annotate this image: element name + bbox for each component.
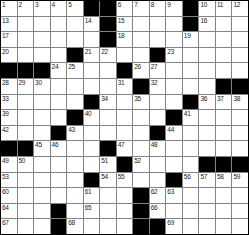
grid-cell[interactable] — [133, 141, 149, 156]
grid-cell[interactable] — [216, 126, 232, 141]
grid-cell[interactable]: 53 — [1, 173, 17, 188]
grid-cell[interactable] — [150, 32, 166, 47]
clue-number: 12 — [233, 1, 240, 8]
grid-cell[interactable] — [84, 63, 100, 78]
grid-cell[interactable]: 45 — [34, 141, 50, 156]
clue-number: 19 — [184, 32, 191, 39]
clue-number: 35 — [134, 95, 141, 102]
grid-cell[interactable] — [216, 63, 232, 78]
clue-number: 51 — [101, 157, 108, 164]
block-cell — [100, 32, 116, 47]
clue-number: 43 — [68, 126, 75, 133]
clue-number: 20 — [2, 48, 9, 55]
grid-cell[interactable] — [34, 126, 50, 141]
clue-number: 62 — [151, 188, 158, 195]
grid-cell[interactable] — [51, 173, 67, 188]
grid-cell[interactable]: 18 — [117, 32, 133, 47]
clue-number: 41 — [184, 110, 191, 117]
grid-cell[interactable] — [216, 141, 232, 156]
grid-cell[interactable] — [67, 32, 83, 47]
block-cell — [183, 95, 199, 110]
block-cell — [100, 141, 116, 156]
grid-cell[interactable] — [232, 48, 248, 63]
clue-number: 44 — [167, 126, 174, 133]
grid-cell[interactable]: 52 — [133, 157, 149, 172]
grid-cell[interactable] — [67, 204, 83, 219]
grid-cell[interactable]: 30 — [34, 79, 50, 94]
grid-cell[interactable] — [100, 110, 116, 125]
grid-cell[interactable]: 47 — [117, 141, 133, 156]
grid-cell[interactable]: 66 — [150, 204, 166, 219]
grid-cell[interactable]: 37 — [216, 95, 232, 110]
grid-cell[interactable] — [183, 48, 199, 63]
grid-cell[interactable] — [117, 219, 133, 234]
grid-cell[interactable] — [34, 48, 50, 63]
block-cell — [100, 1, 116, 16]
clue-number: 40 — [85, 110, 92, 117]
grid-cell[interactable] — [100, 188, 116, 203]
grid-cell[interactable] — [150, 95, 166, 110]
clue-number: 63 — [167, 188, 174, 195]
grid-cell[interactable] — [84, 32, 100, 47]
grid-cell[interactable] — [84, 141, 100, 156]
clue-number: 6 — [118, 1, 121, 8]
grid-cell[interactable]: 32 — [150, 79, 166, 94]
grid-cell[interactable]: 62 — [150, 188, 166, 203]
grid-cell[interactable] — [199, 32, 215, 47]
clue-number: 64 — [2, 204, 9, 211]
grid-cell[interactable] — [150, 110, 166, 125]
grid-cell[interactable] — [51, 32, 67, 47]
grid-cell[interactable]: 5 — [67, 1, 83, 16]
grid-cell[interactable]: 12 — [232, 1, 248, 16]
grid-cell[interactable]: 35 — [133, 95, 149, 110]
grid-cell[interactable]: 4 — [51, 1, 67, 16]
grid-cell[interactable]: 26 — [133, 63, 149, 78]
clue-number: 31 — [118, 79, 125, 86]
grid-cell[interactable] — [166, 141, 182, 156]
block-cell — [117, 157, 133, 172]
grid-cell[interactable] — [166, 63, 182, 78]
grid-cell[interactable] — [150, 17, 166, 32]
clue-number: 11 — [217, 1, 223, 8]
clue-number: 5 — [68, 1, 71, 8]
grid-cell[interactable]: 31 — [117, 79, 133, 94]
clue-number: 46 — [52, 141, 59, 148]
grid-cell[interactable] — [166, 95, 182, 110]
block-cell — [133, 188, 149, 203]
grid-cell[interactable] — [51, 157, 67, 172]
grid-cell[interactable] — [199, 63, 215, 78]
grid-cell[interactable] — [100, 204, 116, 219]
grid-cell[interactable] — [133, 173, 149, 188]
grid-cell[interactable] — [232, 32, 248, 47]
grid-cell[interactable] — [216, 17, 232, 32]
block-cell — [232, 157, 248, 172]
grid-cell[interactable] — [232, 110, 248, 125]
grid-cell[interactable]: 48 — [150, 141, 166, 156]
grid-cell[interactable]: 17 — [1, 32, 17, 47]
grid-cell[interactable] — [117, 48, 133, 63]
grid-cell[interactable] — [84, 126, 100, 141]
grid-cell[interactable] — [34, 204, 50, 219]
grid-cell[interactable] — [67, 17, 83, 32]
grid-cell[interactable] — [18, 17, 34, 32]
grid-cell[interactable]: 49 — [1, 157, 17, 172]
grid-cell[interactable] — [166, 204, 182, 219]
grid-cell[interactable]: 27 — [150, 63, 166, 78]
block-cell — [166, 173, 182, 188]
clue-number: 68 — [68, 219, 75, 226]
block-cell — [183, 17, 199, 32]
grid-cell[interactable] — [84, 157, 100, 172]
grid-cell[interactable] — [232, 188, 248, 203]
grid-cell[interactable] — [117, 95, 133, 110]
clue-number: 36 — [200, 95, 207, 102]
block-cell — [133, 79, 149, 94]
block-cell — [216, 79, 232, 94]
grid-cell[interactable] — [183, 188, 199, 203]
clue-number: 65 — [85, 204, 92, 211]
grid-cell[interactable] — [133, 17, 149, 32]
grid-cell[interactable] — [51, 188, 67, 203]
clue-number: 66 — [151, 204, 158, 211]
block-cell — [51, 204, 67, 219]
block-cell — [51, 219, 67, 234]
block-cell — [117, 63, 133, 78]
block-cell — [18, 63, 34, 78]
grid-cell[interactable] — [67, 79, 83, 94]
grid-cell[interactable] — [232, 219, 248, 234]
grid-cell[interactable]: 68 — [67, 219, 83, 234]
clue-number: 47 — [118, 141, 125, 148]
clue-number: 56 — [184, 173, 191, 180]
clue-number: 53 — [2, 173, 9, 180]
grid-cell[interactable] — [183, 157, 199, 172]
clue-number: 37 — [217, 95, 224, 102]
grid-cell[interactable] — [18, 173, 34, 188]
crossword-grid: 1234567891011121314151617181920212223242… — [0, 0, 249, 235]
grid-cell[interactable] — [232, 204, 248, 219]
grid-cell[interactable] — [34, 32, 50, 47]
clue-number: 18 — [118, 32, 125, 39]
grid-cell[interactable]: 24 — [51, 63, 67, 78]
grid-cell[interactable] — [117, 110, 133, 125]
clue-number: 50 — [19, 157, 26, 164]
grid-cell[interactable] — [34, 157, 50, 172]
grid-cell[interactable]: 55 — [117, 173, 133, 188]
grid-cell[interactable] — [133, 48, 149, 63]
grid-cell[interactable]: 41 — [183, 110, 199, 125]
clue-number: 2 — [19, 1, 22, 8]
grid-cell[interactable] — [100, 219, 116, 234]
clue-number: 14 — [85, 17, 92, 24]
grid-cell[interactable]: 14 — [84, 17, 100, 32]
clue-number: 42 — [2, 126, 9, 133]
block-cell — [84, 95, 100, 110]
clue-number: 30 — [35, 79, 42, 86]
grid-cell[interactable]: 63 — [166, 188, 182, 203]
clue-number: 7 — [134, 1, 137, 8]
clue-number: 24 — [52, 63, 59, 70]
grid-cell[interactable] — [18, 204, 34, 219]
grid-cell[interactable] — [84, 79, 100, 94]
grid-cell[interactable] — [133, 110, 149, 125]
clue-number: 10 — [200, 1, 207, 8]
grid-cell[interactable] — [199, 110, 215, 125]
clue-number: 29 — [19, 79, 26, 86]
grid-cell[interactable] — [216, 188, 232, 203]
grid-cell[interactable]: 11 — [216, 1, 232, 16]
grid-cell[interactable] — [199, 141, 215, 156]
grid-cell[interactable] — [199, 79, 215, 94]
grid-cell[interactable]: 64 — [1, 204, 17, 219]
clue-number: 23 — [167, 48, 174, 55]
block-cell — [1, 63, 17, 78]
grid-cell[interactable] — [100, 63, 116, 78]
clue-number: 27 — [151, 63, 158, 70]
clue-number: 28 — [2, 79, 9, 86]
grid-cell[interactable]: 34 — [100, 95, 116, 110]
grid-cell[interactable] — [199, 219, 215, 234]
grid-cell[interactable]: 10 — [199, 1, 215, 16]
clue-number: 22 — [101, 48, 108, 55]
clue-number: 54 — [101, 173, 108, 180]
grid-cell[interactable]: 50 — [18, 157, 34, 172]
block-cell — [84, 173, 100, 188]
grid-cell[interactable]: 65 — [84, 204, 100, 219]
clue-number: 49 — [2, 157, 9, 164]
clue-number: 17 — [2, 32, 9, 39]
grid-cell[interactable]: 51 — [100, 157, 116, 172]
block-cell — [133, 204, 149, 219]
clue-number: 67 — [2, 219, 9, 226]
grid-cell[interactable] — [18, 188, 34, 203]
block-cell — [34, 63, 50, 78]
grid-cell[interactable] — [34, 95, 50, 110]
grid-cell[interactable] — [166, 32, 182, 47]
grid-cell[interactable] — [18, 219, 34, 234]
grid-cell[interactable]: 40 — [84, 110, 100, 125]
grid-cell[interactable] — [18, 95, 34, 110]
grid-cell[interactable]: 38 — [232, 95, 248, 110]
grid-cell[interactable] — [183, 63, 199, 78]
grid-cell[interactable]: 61 — [84, 188, 100, 203]
grid-cell[interactable] — [51, 17, 67, 32]
grid-cell[interactable]: 3 — [34, 1, 50, 16]
grid-cell[interactable] — [150, 173, 166, 188]
grid-cell[interactable]: 13 — [1, 17, 17, 32]
grid-cell[interactable] — [216, 219, 232, 234]
clue-number: 58 — [217, 173, 224, 180]
clue-number: 1 — [2, 1, 5, 8]
grid-cell[interactable] — [133, 32, 149, 47]
block-cell — [150, 126, 166, 141]
block-cell — [133, 219, 149, 234]
clue-number: 32 — [151, 79, 158, 86]
grid-cell[interactable] — [34, 110, 50, 125]
block-cell — [150, 48, 166, 63]
clue-number: 3 — [35, 1, 38, 8]
block-cell — [67, 48, 83, 63]
clue-number: 61 — [85, 188, 92, 195]
clue-number: 8 — [151, 1, 154, 8]
grid-cell[interactable]: 54 — [100, 173, 116, 188]
grid-cell[interactable] — [133, 126, 149, 141]
block-cell — [51, 126, 67, 141]
block-cell — [216, 157, 232, 172]
block-cell — [1, 141, 17, 156]
block-cell — [18, 141, 34, 156]
grid-cell[interactable] — [232, 126, 248, 141]
grid-cell[interactable] — [166, 17, 182, 32]
grid-cell[interactable] — [216, 110, 232, 125]
grid-cell[interactable] — [183, 141, 199, 156]
clue-number: 34 — [101, 95, 108, 102]
grid-cell[interactable]: 8 — [150, 1, 166, 16]
grid-cell[interactable] — [166, 79, 182, 94]
grid-cell[interactable]: 2 — [18, 1, 34, 16]
clue-number: 33 — [2, 95, 9, 102]
clue-number: 69 — [167, 219, 174, 226]
grid-cell[interactable]: 67 — [1, 219, 17, 234]
block-cell — [232, 79, 248, 94]
block-cell — [183, 1, 199, 16]
grid-cell[interactable] — [183, 219, 199, 234]
clue-number: 38 — [233, 95, 240, 102]
block-cell — [150, 219, 166, 234]
grid-cell[interactable]: 23 — [166, 48, 182, 63]
clue-number: 15 — [118, 17, 125, 24]
grid-cell[interactable] — [18, 32, 34, 47]
grid-cell[interactable]: 56 — [183, 173, 199, 188]
grid-cell[interactable] — [216, 204, 232, 219]
grid-cell[interactable] — [117, 204, 133, 219]
grid-cell[interactable] — [150, 157, 166, 172]
grid-cell[interactable] — [18, 110, 34, 125]
grid-cell[interactable] — [34, 219, 50, 234]
grid-cell[interactable] — [216, 32, 232, 47]
grid-cell[interactable]: 1 — [1, 1, 17, 16]
clue-number: 25 — [68, 63, 75, 70]
clue-number: 55 — [118, 173, 125, 180]
grid-cell[interactable] — [51, 95, 67, 110]
grid-cell[interactable] — [166, 157, 182, 172]
grid-cell[interactable]: 59 — [232, 173, 248, 188]
grid-cell[interactable]: 25 — [67, 63, 83, 78]
grid-cell[interactable]: 46 — [51, 141, 67, 156]
grid-cell[interactable] — [67, 157, 83, 172]
grid-cell[interactable] — [51, 48, 67, 63]
grid-cell[interactable] — [183, 126, 199, 141]
grid-cell[interactable] — [199, 204, 215, 219]
block-cell — [84, 1, 100, 16]
clue-number: 59 — [233, 173, 240, 180]
clue-number: 9 — [167, 1, 170, 8]
block-cell — [100, 17, 116, 32]
clue-number: 26 — [134, 63, 141, 70]
grid-cell[interactable] — [84, 219, 100, 234]
grid-cell[interactable]: 16 — [199, 17, 215, 32]
grid-cell[interactable] — [199, 126, 215, 141]
grid-cell[interactable] — [183, 79, 199, 94]
crossword-page: 1234567891011121314151617181920212223242… — [0, 0, 249, 235]
clue-number: 4 — [52, 1, 55, 8]
grid-cell[interactable] — [232, 141, 248, 156]
grid-cell[interactable]: 9 — [166, 1, 182, 16]
grid-cell[interactable] — [18, 126, 34, 141]
clue-number: 39 — [2, 110, 9, 117]
grid-cell[interactable]: 20 — [1, 48, 17, 63]
grid-cell[interactable]: 39 — [1, 110, 17, 125]
grid-cell[interactable] — [34, 188, 50, 203]
grid-cell[interactable] — [100, 126, 116, 141]
grid-cell[interactable] — [67, 95, 83, 110]
grid-cell[interactable] — [67, 173, 83, 188]
grid-cell[interactable] — [199, 188, 215, 203]
clue-number: 52 — [134, 157, 141, 164]
clue-number: 48 — [151, 141, 158, 148]
grid-cell[interactable]: 36 — [199, 95, 215, 110]
grid-cell[interactable]: 15 — [117, 17, 133, 32]
grid-cell[interactable]: 29 — [18, 79, 34, 94]
grid-cell[interactable] — [117, 188, 133, 203]
clue-number: 13 — [2, 17, 9, 24]
grid-cell[interactable] — [117, 126, 133, 141]
grid-cell[interactable] — [199, 48, 215, 63]
grid-cell[interactable]: 7 — [133, 1, 149, 16]
clue-number: 21 — [85, 48, 92, 55]
grid-cell[interactable]: 58 — [216, 173, 232, 188]
clue-number: 45 — [35, 141, 42, 148]
block-cell — [67, 110, 83, 125]
grid-cell[interactable]: 42 — [1, 126, 17, 141]
grid-cell[interactable] — [232, 17, 248, 32]
clue-number: 16 — [200, 17, 207, 24]
grid-cell[interactable]: 44 — [166, 126, 182, 141]
clue-number: 60 — [2, 188, 9, 195]
grid-cell[interactable]: 43 — [67, 126, 83, 141]
grid-cell[interactable] — [67, 188, 83, 203]
grid-cell[interactable] — [232, 63, 248, 78]
grid-cell[interactable]: 22 — [100, 48, 116, 63]
grid-cell[interactable] — [100, 79, 116, 94]
clue-number: 57 — [200, 173, 207, 180]
grid-cell[interactable]: 21 — [84, 48, 100, 63]
grid-cell[interactable] — [183, 204, 199, 219]
block-cell — [166, 110, 182, 125]
grid-cell[interactable]: 69 — [166, 219, 182, 234]
grid-cell[interactable]: 33 — [1, 95, 17, 110]
grid-cell[interactable] — [34, 17, 50, 32]
grid-cell[interactable] — [51, 79, 67, 94]
block-cell — [199, 157, 215, 172]
grid-cell[interactable] — [51, 110, 67, 125]
grid-cell[interactable] — [67, 141, 83, 156]
grid-cell[interactable]: 6 — [117, 1, 133, 16]
grid-cell[interactable]: 28 — [1, 79, 17, 94]
grid-cell[interactable]: 19 — [183, 32, 199, 47]
grid-cell[interactable]: 60 — [1, 188, 17, 203]
grid-cell[interactable] — [216, 48, 232, 63]
grid-cell[interactable] — [18, 48, 34, 63]
grid-cell[interactable]: 57 — [199, 173, 215, 188]
grid-cell[interactable] — [34, 173, 50, 188]
